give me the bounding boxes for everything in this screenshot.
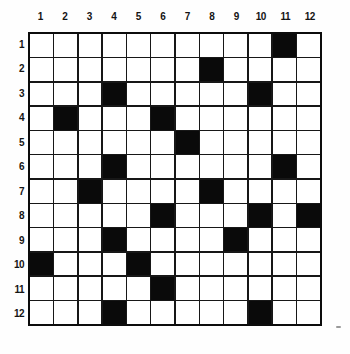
grid-cell[interactable] bbox=[176, 58, 199, 81]
block-cell bbox=[249, 301, 272, 324]
grid-cell[interactable] bbox=[54, 83, 77, 106]
grid-cell[interactable] bbox=[249, 180, 272, 203]
block-cell bbox=[151, 107, 174, 130]
grid-cell[interactable] bbox=[103, 180, 126, 203]
grid-cell[interactable] bbox=[176, 253, 199, 276]
grid-cell[interactable] bbox=[273, 107, 296, 130]
grid-cell[interactable] bbox=[249, 34, 272, 57]
row-label: 2 bbox=[2, 57, 24, 82]
grid-cell[interactable] bbox=[249, 277, 272, 300]
grid-cell[interactable] bbox=[297, 301, 320, 324]
row-label: 1 bbox=[2, 32, 24, 57]
grid-cell[interactable] bbox=[297, 253, 320, 276]
column-label: 9 bbox=[224, 10, 249, 24]
grid-cell[interactable] bbox=[30, 180, 53, 203]
grid-cell[interactable] bbox=[249, 131, 272, 154]
grid-cell[interactable] bbox=[54, 34, 77, 57]
grid-cell[interactable] bbox=[297, 277, 320, 300]
grid-cell[interactable] bbox=[30, 155, 53, 178]
grid-cell[interactable] bbox=[127, 83, 150, 106]
grid-cell[interactable] bbox=[273, 277, 296, 300]
grid-cell[interactable] bbox=[249, 228, 272, 251]
block-cell bbox=[103, 155, 126, 178]
grid-cell[interactable] bbox=[127, 180, 150, 203]
block-cell bbox=[176, 131, 199, 154]
grid-cell[interactable] bbox=[176, 301, 199, 324]
grid-cell[interactable] bbox=[127, 131, 150, 154]
grid-cell[interactable] bbox=[200, 155, 223, 178]
grid-cell[interactable] bbox=[79, 228, 102, 251]
puzzle-page: 123456789101112 123456789101112 bbox=[0, 0, 350, 354]
grid-cell[interactable] bbox=[224, 83, 247, 106]
grid-cell[interactable] bbox=[200, 228, 223, 251]
row-label: 9 bbox=[2, 228, 24, 253]
grid-cell[interactable] bbox=[151, 155, 174, 178]
grid-cell[interactable] bbox=[79, 34, 102, 57]
grid-cell[interactable] bbox=[224, 253, 247, 276]
block-cell bbox=[297, 204, 320, 227]
column-label: 1 bbox=[28, 10, 53, 24]
grid-cell[interactable] bbox=[249, 253, 272, 276]
grid-cell[interactable] bbox=[176, 204, 199, 227]
block-cell bbox=[249, 204, 272, 227]
grid-cell[interactable] bbox=[224, 107, 247, 130]
grid-cell[interactable] bbox=[224, 277, 247, 300]
grid-cell[interactable] bbox=[273, 58, 296, 81]
grid-cell[interactable] bbox=[127, 58, 150, 81]
column-label: 2 bbox=[53, 10, 78, 24]
block-cell bbox=[54, 107, 77, 130]
grid-cell[interactable] bbox=[297, 83, 320, 106]
grid-cell[interactable] bbox=[273, 228, 296, 251]
grid-cell[interactable] bbox=[200, 301, 223, 324]
grid-cell[interactable] bbox=[249, 155, 272, 178]
grid-cell[interactable] bbox=[176, 277, 199, 300]
grid-cell[interactable] bbox=[54, 180, 77, 203]
grid-cell[interactable] bbox=[176, 155, 199, 178]
grid-cell[interactable] bbox=[127, 204, 150, 227]
grid-cell[interactable] bbox=[79, 107, 102, 130]
grid-cell[interactable] bbox=[151, 34, 174, 57]
grid-cell[interactable] bbox=[200, 83, 223, 106]
grid-cell[interactable] bbox=[224, 58, 247, 81]
block-cell bbox=[79, 180, 102, 203]
grid-cell[interactable] bbox=[151, 131, 174, 154]
grid-cell[interactable] bbox=[200, 204, 223, 227]
grid-cell[interactable] bbox=[224, 180, 247, 203]
grid-cell[interactable] bbox=[224, 131, 247, 154]
grid-cell[interactable] bbox=[273, 180, 296, 203]
grid-cell[interactable] bbox=[224, 34, 247, 57]
row-label: 6 bbox=[2, 155, 24, 180]
grid-cell[interactable] bbox=[30, 107, 53, 130]
grid-cell[interactable] bbox=[30, 131, 53, 154]
grid-cell[interactable] bbox=[30, 301, 53, 324]
grid-cell[interactable] bbox=[103, 107, 126, 130]
grid-cell[interactable] bbox=[79, 204, 102, 227]
block-cell bbox=[273, 34, 296, 57]
grid-cell[interactable] bbox=[30, 277, 53, 300]
block-cell bbox=[103, 301, 126, 324]
column-label: 5 bbox=[126, 10, 151, 24]
row-label: 8 bbox=[2, 204, 24, 229]
grid-cell[interactable] bbox=[151, 83, 174, 106]
block-cell bbox=[103, 228, 126, 251]
grid-cell[interactable] bbox=[54, 228, 77, 251]
grid-cell[interactable] bbox=[54, 301, 77, 324]
grid-cell[interactable] bbox=[79, 155, 102, 178]
grid-cell[interactable] bbox=[30, 83, 53, 106]
grid-cell[interactable] bbox=[54, 58, 77, 81]
grid-cell[interactable] bbox=[273, 301, 296, 324]
grid-cell[interactable] bbox=[224, 155, 247, 178]
block-cell bbox=[127, 253, 150, 276]
grid-cell[interactable] bbox=[224, 204, 247, 227]
grid-cell[interactable] bbox=[79, 58, 102, 81]
grid-cell[interactable] bbox=[176, 228, 199, 251]
grid-cell[interactable] bbox=[200, 277, 223, 300]
grid-cell[interactable] bbox=[54, 204, 77, 227]
grid-cell[interactable] bbox=[273, 83, 296, 106]
grid-cell[interactable] bbox=[103, 204, 126, 227]
row-labels: 123456789101112 bbox=[2, 32, 24, 326]
row-label: 5 bbox=[2, 130, 24, 155]
column-labels: 123456789101112 bbox=[28, 10, 322, 24]
grid-cell[interactable] bbox=[151, 180, 174, 203]
column-label: 12 bbox=[298, 10, 323, 24]
grid-cell[interactable] bbox=[151, 253, 174, 276]
block-cell bbox=[103, 83, 126, 106]
grid-cell[interactable] bbox=[151, 228, 174, 251]
row-label: 7 bbox=[2, 179, 24, 204]
grid-cell[interactable] bbox=[103, 253, 126, 276]
grid-cell[interactable] bbox=[224, 301, 247, 324]
grid-cell[interactable] bbox=[200, 107, 223, 130]
block-cell bbox=[200, 180, 223, 203]
grid-cell[interactable] bbox=[79, 301, 102, 324]
grid-cell[interactable] bbox=[200, 253, 223, 276]
grid-cell[interactable] bbox=[79, 131, 102, 154]
grid-cell[interactable] bbox=[273, 204, 296, 227]
grid-cell[interactable] bbox=[30, 228, 53, 251]
grid-cell[interactable] bbox=[249, 107, 272, 130]
column-label: 3 bbox=[77, 10, 102, 24]
grid-cell[interactable] bbox=[297, 107, 320, 130]
grid-cell[interactable] bbox=[54, 253, 77, 276]
column-label: 11 bbox=[273, 10, 298, 24]
scan-noise-speck bbox=[336, 326, 341, 328]
grid-cell[interactable] bbox=[273, 253, 296, 276]
grid-cell[interactable] bbox=[127, 34, 150, 57]
grid-cell[interactable] bbox=[297, 131, 320, 154]
grid-cell[interactable] bbox=[176, 107, 199, 130]
row-label: 11 bbox=[2, 277, 24, 302]
block-cell bbox=[151, 204, 174, 227]
grid-cell[interactable] bbox=[127, 228, 150, 251]
grid-cell[interactable] bbox=[176, 83, 199, 106]
grid-cell[interactable] bbox=[30, 58, 53, 81]
row-label: 4 bbox=[2, 106, 24, 131]
grid-cell[interactable] bbox=[273, 131, 296, 154]
grid-cell[interactable] bbox=[127, 155, 150, 178]
grid-cell[interactable] bbox=[54, 131, 77, 154]
column-label: 7 bbox=[175, 10, 200, 24]
grid-cell[interactable] bbox=[30, 204, 53, 227]
grid-cell[interactable] bbox=[200, 131, 223, 154]
grid-cell[interactable] bbox=[176, 34, 199, 57]
grid-cell[interactable] bbox=[103, 277, 126, 300]
row-label: 12 bbox=[2, 302, 24, 327]
grid-cell[interactable] bbox=[54, 277, 77, 300]
grid-cell[interactable] bbox=[297, 58, 320, 81]
grid-cell[interactable] bbox=[200, 34, 223, 57]
block-cell bbox=[151, 277, 174, 300]
grid-cell[interactable] bbox=[79, 83, 102, 106]
grid-cell[interactable] bbox=[249, 58, 272, 81]
crossword-grid bbox=[28, 32, 322, 326]
grid-cell[interactable] bbox=[127, 107, 150, 130]
grid-cell[interactable] bbox=[79, 253, 102, 276]
row-label: 10 bbox=[2, 253, 24, 278]
column-label: 8 bbox=[200, 10, 225, 24]
block-cell bbox=[200, 58, 223, 81]
grid-cell[interactable] bbox=[54, 155, 77, 178]
grid-cell[interactable] bbox=[297, 228, 320, 251]
grid-cell[interactable] bbox=[79, 277, 102, 300]
grid-cell[interactable] bbox=[103, 58, 126, 81]
column-label: 4 bbox=[102, 10, 127, 24]
grid-cell[interactable] bbox=[127, 301, 150, 324]
grid-cell[interactable] bbox=[151, 58, 174, 81]
block-cell bbox=[30, 253, 53, 276]
grid-cell[interactable] bbox=[30, 34, 53, 57]
block-cell bbox=[273, 155, 296, 178]
row-label: 3 bbox=[2, 81, 24, 106]
grid-cell[interactable] bbox=[151, 301, 174, 324]
grid-cell[interactable] bbox=[103, 34, 126, 57]
block-cell bbox=[224, 228, 247, 251]
column-label: 10 bbox=[249, 10, 274, 24]
grid-cell[interactable] bbox=[297, 155, 320, 178]
block-cell bbox=[249, 83, 272, 106]
grid-cell[interactable] bbox=[297, 180, 320, 203]
grid-cell[interactable] bbox=[103, 131, 126, 154]
grid-cell[interactable] bbox=[297, 34, 320, 57]
grid-cell[interactable] bbox=[127, 277, 150, 300]
column-label: 6 bbox=[151, 10, 176, 24]
grid-cell[interactable] bbox=[176, 180, 199, 203]
